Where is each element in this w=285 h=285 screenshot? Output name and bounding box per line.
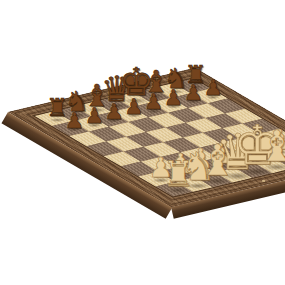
piece-black-pawn[interactable]: ♟ bbox=[85, 105, 104, 126]
piece-black-pawn[interactable]: ♟ bbox=[65, 109, 84, 130]
piece-black-pawn[interactable]: ♟ bbox=[104, 100, 123, 121]
chess-set-photo: ♜♞♝♛♚♝♞♜♟♟♟♟♟♟♟♟♟♟♟♟♟♟♟♟♜♞♝♛♚♝♞♜ bbox=[0, 0, 285, 285]
piece-black-pawn[interactable]: ♟ bbox=[184, 81, 203, 102]
piece-black-pawn[interactable]: ♟ bbox=[124, 95, 143, 116]
piece-black-pawn[interactable]: ♟ bbox=[144, 91, 163, 112]
piece-black-pawn[interactable]: ♟ bbox=[203, 77, 222, 98]
piece-white-knight[interactable]: ♞ bbox=[279, 124, 285, 163]
piece-black-pawn[interactable]: ♟ bbox=[164, 86, 183, 107]
piece-layer: ♜♞♝♛♚♝♞♜♟♟♟♟♟♟♟♟♟♟♟♟♟♟♟♟♜♞♝♛♚♝♞♜ bbox=[0, 0, 285, 285]
